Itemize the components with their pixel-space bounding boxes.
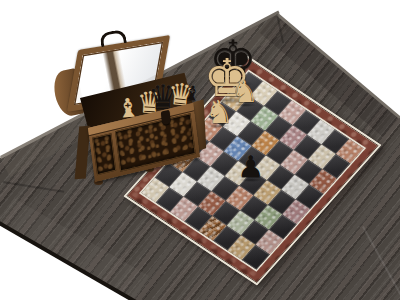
piece-white-knight-1[interactable]: ♞ bbox=[232, 77, 259, 107]
chess-set-product-photo: ♚ ♚ ♞ ♞ ♟ ♟ ♟ ♟ ♟ ♝ ♛ ♛ ♛ ♟ ♝ bbox=[0, 0, 400, 300]
box-carved-panel-left bbox=[92, 133, 116, 175]
piece-black-pawn[interactable]: ♟ bbox=[238, 152, 265, 182]
piece-white-knight-2[interactable]: ♞ bbox=[205, 96, 234, 128]
